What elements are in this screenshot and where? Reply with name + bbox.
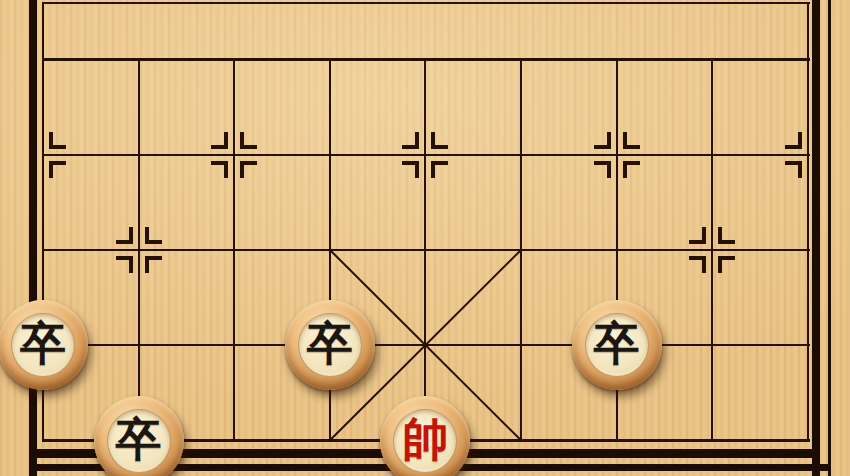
point-marker-bracket [594,161,611,178]
point-marker-bracket [431,132,448,149]
point-marker-bracket [623,161,640,178]
point-marker-bracket [240,161,257,178]
point-marker-bracket [402,161,419,178]
black-piece-glyph: 卒 [116,417,162,463]
piece-face: 卒 [585,313,649,377]
point-marker-bracket [785,132,802,149]
file-line-h [711,58,713,442]
point-marker-bracket [689,227,706,244]
point-marker-bracket [431,161,448,178]
point-marker-bracket [402,132,419,149]
point-marker-bracket [145,227,162,244]
xiangqi-board: 卒卒卒卒帥 [0,0,850,476]
file-line-b [138,58,140,442]
board-border-right [812,0,820,476]
point-marker-bracket [240,132,257,149]
point-marker-bracket [718,227,735,244]
piece-black-soldier-a2[interactable]: 卒 [0,300,88,390]
point-marker-bracket [718,256,735,273]
point-marker-bracket [116,256,133,273]
point-marker-bracket [211,132,228,149]
point-marker-bracket [785,161,802,178]
point-marker-bracket [594,132,611,149]
point-marker-bracket [623,132,640,149]
river-north-bank-line [43,2,810,4]
rank-line-4 [43,154,810,156]
board-border-right-outer [828,0,831,476]
piece-face: 帥 [393,409,457,473]
piece-black-soldier-g2[interactable]: 卒 [572,300,662,390]
file-line-c [233,58,235,442]
point-marker-bracket [211,161,228,178]
rank-line-5 [43,58,810,61]
red-piece-glyph: 帥 [402,417,448,463]
piece-black-soldier-d2[interactable]: 卒 [285,300,375,390]
black-piece-glyph: 卒 [20,321,66,367]
rank-line-3 [43,249,810,251]
point-marker-bracket [145,256,162,273]
board-border-left [29,0,37,476]
black-piece-glyph: 卒 [307,321,353,367]
piece-face: 卒 [11,313,75,377]
file-line-i [807,2,809,443]
point-marker-bracket [116,227,133,244]
piece-black-soldier-b1[interactable]: 卒 [94,396,184,476]
file-line-e [424,58,426,442]
point-marker-bracket [689,256,706,273]
point-marker-bracket [49,132,66,149]
piece-face: 卒 [107,409,171,473]
point-marker-bracket [49,161,66,178]
black-piece-glyph: 卒 [594,321,640,367]
piece-face: 卒 [298,313,362,377]
